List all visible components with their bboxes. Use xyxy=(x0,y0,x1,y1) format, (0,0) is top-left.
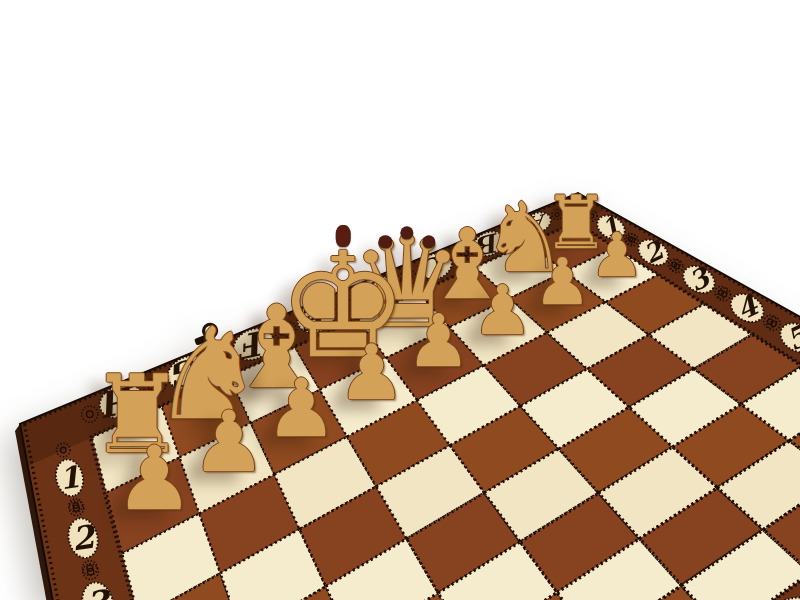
chess-photo-scene: 1122334455667788HHGGFFEEDDCCBBAA ♜♞♝♛♚♝♞… xyxy=(0,0,800,600)
chess-board: 1122334455667788HHGGFFEEDDCCBBAA xyxy=(0,0,800,600)
